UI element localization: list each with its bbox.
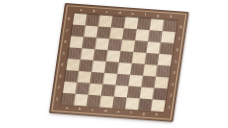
- board-grid: [61, 13, 177, 111]
- scene: abcdefgh abcdefgh 87654321 87654321: [0, 0, 228, 128]
- square-h7[interactable]: [161, 31, 175, 43]
- square-h3[interactable]: [154, 77, 168, 89]
- chess-board: abcdefgh abcdefgh 87654321 87654321: [49, 3, 189, 122]
- square-h8[interactable]: [162, 20, 176, 32]
- square-h1[interactable]: [151, 99, 165, 111]
- square-h4[interactable]: [156, 65, 170, 77]
- square-h2[interactable]: [153, 88, 167, 100]
- square-h5[interactable]: [157, 54, 171, 66]
- square-h6[interactable]: [159, 43, 173, 55]
